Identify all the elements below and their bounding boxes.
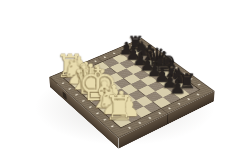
frame-dot [110, 125, 114, 127]
frame-dot [158, 112, 162, 114]
frame-dot [187, 98, 191, 100]
chess-board: ♜♞♝♛♚♝♞♜♟♟♟♟♟♟♟♟♟♟♟♟♟♟♟♟♜♞♝♛♚♝♞♜ [49, 38, 214, 138]
scene: ♜♞♝♛♚♝♞♜♟♟♟♟♟♟♟♟♟♟♟♟♟♟♟♟♜♞♝♛♚♝♞♜ [0, 0, 250, 162]
piece-white-rook-h1: ♜ [94, 92, 145, 126]
fold-seam-side [167, 114, 168, 125]
chess-set-photo: ♜♞♝♛♚♝♞♜♟♟♟♟♟♟♟♟♟♟♟♟♟♟♟♟♜♞♝♛♚♝♞♜ [0, 0, 250, 162]
frame-dot [168, 107, 172, 109]
square-h1: ♜ [113, 116, 131, 127]
frame-dot [128, 127, 132, 129]
piece-black-pawn-h7: ♟ [153, 78, 202, 96]
frame-dot [177, 103, 181, 105]
